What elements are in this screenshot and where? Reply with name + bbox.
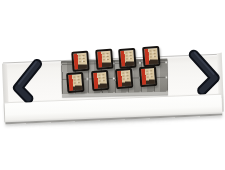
tray-board bbox=[3, 48, 223, 127]
right-handle-icon bbox=[186, 46, 222, 95]
game-piece[interactable] bbox=[115, 68, 133, 89]
game-piece[interactable] bbox=[91, 70, 109, 91]
left-handle-icon bbox=[9, 56, 45, 103]
scene bbox=[0, 0, 225, 170]
game-piece[interactable] bbox=[139, 66, 157, 87]
left-handle bbox=[9, 56, 45, 103]
game-piece[interactable] bbox=[66, 72, 84, 93]
right-handle bbox=[186, 46, 222, 95]
